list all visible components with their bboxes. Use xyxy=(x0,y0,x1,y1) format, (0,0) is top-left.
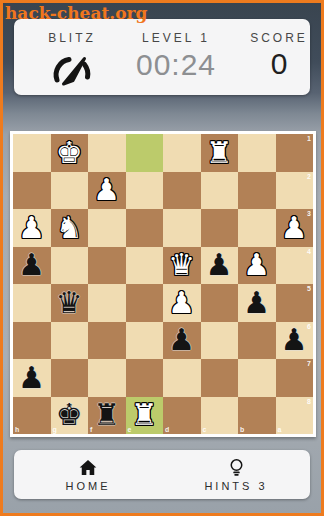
file-label-d: d xyxy=(165,426,169,433)
white-queen[interactable]: ♛ xyxy=(168,250,195,280)
square-a2[interactable]: 2 xyxy=(276,172,314,210)
square-g8[interactable]: g♚ xyxy=(51,397,89,435)
black-king[interactable]: ♚ xyxy=(56,400,83,430)
lightbulb-icon xyxy=(228,458,245,478)
white-rook[interactable]: ♜ xyxy=(131,400,158,430)
file-label-c: c xyxy=(203,426,207,433)
square-b4[interactable]: ♟ xyxy=(238,247,276,285)
black-pawn[interactable]: ♟ xyxy=(206,250,233,280)
score-value: 0 xyxy=(238,47,320,81)
home-icon xyxy=(78,458,98,478)
square-a6[interactable]: 6♟ xyxy=(276,322,314,360)
speedometer-icon xyxy=(49,49,95,91)
rank-label-3: 3 xyxy=(307,210,311,217)
square-e7[interactable] xyxy=(126,359,164,397)
white-pawn[interactable]: ♟ xyxy=(18,213,45,243)
square-g1[interactable]: ♚ xyxy=(51,134,89,172)
square-c7[interactable] xyxy=(201,359,239,397)
rank-label-5: 5 xyxy=(307,285,311,292)
home-button[interactable]: HOME xyxy=(14,450,162,499)
square-h3[interactable]: ♟ xyxy=(13,209,51,247)
square-g7[interactable] xyxy=(51,359,89,397)
square-f2[interactable]: ♟ xyxy=(88,172,126,210)
rank-label-1: 1 xyxy=(307,135,311,142)
file-label-f: f xyxy=(90,426,92,433)
square-c2[interactable] xyxy=(201,172,239,210)
square-e3[interactable] xyxy=(126,209,164,247)
square-f3[interactable] xyxy=(88,209,126,247)
watermark: hack-cheat.org xyxy=(5,3,147,23)
square-f8[interactable]: f♜ xyxy=(88,397,126,435)
square-g3[interactable]: ♞ xyxy=(51,209,89,247)
square-h4[interactable]: ♟ xyxy=(13,247,51,285)
square-c5[interactable] xyxy=(201,284,239,322)
black-pawn[interactable]: ♟ xyxy=(243,288,270,318)
square-f7[interactable] xyxy=(88,359,126,397)
square-e8[interactable]: e♜ xyxy=(126,397,164,435)
square-d2[interactable] xyxy=(163,172,201,210)
square-g2[interactable] xyxy=(51,172,89,210)
white-king[interactable]: ♚ xyxy=(56,138,83,168)
white-pawn[interactable]: ♟ xyxy=(93,175,120,205)
white-knight[interactable]: ♞ xyxy=(56,213,83,243)
home-label: HOME xyxy=(66,480,111,492)
board-grid: ♚♜1♟2♟♞3♟♟♛♟♟4♛♟♟5♟6♟♟7hg♚f♜e♜dcb8a xyxy=(13,134,313,434)
white-pawn[interactable]: ♟ xyxy=(243,250,270,280)
square-d4[interactable]: ♛ xyxy=(163,247,201,285)
file-label-b: b xyxy=(240,426,244,433)
square-e1[interactable] xyxy=(126,134,164,172)
square-g4[interactable] xyxy=(51,247,89,285)
chess-board: ♚♜1♟2♟♞3♟♟♛♟♟4♛♟♟5♟6♟♟7hg♚f♜e♜dcb8a xyxy=(10,131,316,437)
square-a5[interactable]: 5 xyxy=(276,284,314,322)
square-b8[interactable]: b xyxy=(238,397,276,435)
hints-button[interactable]: HINTS 3 xyxy=(162,450,310,499)
game-status-panel: BLITZ LEVEL 1 00:24 SCORE 0 xyxy=(14,19,310,95)
square-f1[interactable] xyxy=(88,134,126,172)
square-a7[interactable]: 7 xyxy=(276,359,314,397)
white-rook[interactable]: ♜ xyxy=(206,138,233,168)
square-f4[interactable] xyxy=(88,247,126,285)
square-b2[interactable] xyxy=(238,172,276,210)
square-h1[interactable] xyxy=(13,134,51,172)
square-f6[interactable] xyxy=(88,322,126,360)
square-h8[interactable]: h xyxy=(13,397,51,435)
square-d1[interactable] xyxy=(163,134,201,172)
square-c4[interactable]: ♟ xyxy=(201,247,239,285)
black-pawn[interactable]: ♟ xyxy=(18,363,45,393)
square-b3[interactable] xyxy=(238,209,276,247)
square-d6[interactable]: ♟ xyxy=(163,322,201,360)
black-pawn[interactable]: ♟ xyxy=(168,325,195,355)
square-g5[interactable]: ♛ xyxy=(51,284,89,322)
square-d7[interactable] xyxy=(163,359,201,397)
rank-label-4: 4 xyxy=(307,248,311,255)
square-h5[interactable] xyxy=(13,284,51,322)
file-label-e: e xyxy=(128,426,132,433)
square-e4[interactable] xyxy=(126,247,164,285)
rank-label-8: 8 xyxy=(307,398,311,405)
square-c1[interactable]: ♜ xyxy=(201,134,239,172)
bottom-nav: HOME HINTS 3 xyxy=(14,450,310,499)
file-label-h: h xyxy=(15,426,19,433)
square-e6[interactable] xyxy=(126,322,164,360)
square-b6[interactable] xyxy=(238,322,276,360)
level-column: LEVEL 1 00:24 xyxy=(116,31,236,82)
square-g6[interactable] xyxy=(51,322,89,360)
hints-label: HINTS 3 xyxy=(204,480,267,492)
square-d8[interactable]: d xyxy=(163,397,201,435)
square-h6[interactable] xyxy=(13,322,51,360)
square-h2[interactable] xyxy=(13,172,51,210)
mode-label: BLITZ xyxy=(34,31,110,45)
level-label: LEVEL 1 xyxy=(116,31,236,45)
file-label-g: g xyxy=(53,426,57,433)
square-b7[interactable] xyxy=(238,359,276,397)
timer-value: 00:24 xyxy=(116,48,236,82)
square-f5[interactable] xyxy=(88,284,126,322)
mode-column: BLITZ xyxy=(34,31,110,91)
file-label-a: a xyxy=(278,426,282,433)
square-a1[interactable]: 1 xyxy=(276,134,314,172)
square-a3[interactable]: 3♟ xyxy=(276,209,314,247)
rank-label-7: 7 xyxy=(307,360,311,367)
score-label: SCORE xyxy=(238,31,320,45)
rank-label-6: 6 xyxy=(307,323,311,330)
score-column: SCORE 0 xyxy=(238,31,320,81)
square-b1[interactable] xyxy=(238,134,276,172)
rank-label-2: 2 xyxy=(307,173,311,180)
square-d5[interactable]: ♟ xyxy=(163,284,201,322)
square-a4[interactable]: 4 xyxy=(276,247,314,285)
square-c8[interactable]: c xyxy=(201,397,239,435)
square-c6[interactable] xyxy=(201,322,239,360)
black-pawn[interactable]: ♟ xyxy=(18,250,45,280)
square-b5[interactable]: ♟ xyxy=(238,284,276,322)
white-pawn[interactable]: ♟ xyxy=(168,288,195,318)
square-a8[interactable]: 8a xyxy=(276,397,314,435)
black-pawn[interactable]: ♟ xyxy=(281,325,308,355)
square-e2[interactable] xyxy=(126,172,164,210)
square-d3[interactable] xyxy=(163,209,201,247)
square-h7[interactable]: ♟ xyxy=(13,359,51,397)
square-c3[interactable] xyxy=(201,209,239,247)
app-screen: hack-cheat.org BLITZ LEVEL 1 00:24 SCORE… xyxy=(0,0,324,516)
black-queen[interactable]: ♛ xyxy=(56,288,83,318)
black-rook[interactable]: ♜ xyxy=(93,400,120,430)
square-e5[interactable] xyxy=(126,284,164,322)
white-pawn[interactable]: ♟ xyxy=(281,213,308,243)
